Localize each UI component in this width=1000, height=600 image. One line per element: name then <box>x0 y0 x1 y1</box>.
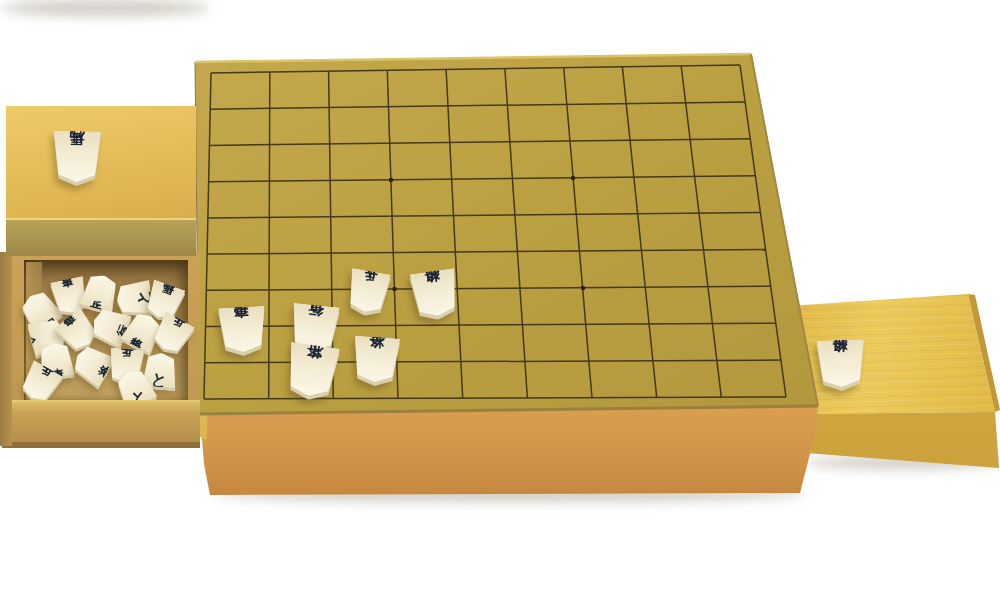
piece-knight-on-lid[interactable]: 桂馬 <box>53 131 101 187</box>
box-piece[interactable]: 歩兵 <box>155 317 189 355</box>
piece-box-left-edge <box>0 252 12 446</box>
box-shadow <box>0 0 210 16</box>
piece-gold-7i[interactable]: 金将 <box>353 337 399 387</box>
piece-rook-9h[interactable]: 飛車 <box>219 307 266 357</box>
box-piece[interactable]: 角行 <box>93 309 127 347</box>
piece-box-lid-front <box>6 218 196 256</box>
piece-king-8i[interactable]: 王将 <box>287 345 337 401</box>
shogi-set-photo: 歩兵 銀将 飛車 角行 王将 金将 銀 香車 歩兵 と 桂馬 金 飛車 角行 銀… <box>0 0 1000 600</box>
box-piece[interactable]: 金将 <box>75 347 109 385</box>
box-piece[interactable]: 歩兵 <box>23 366 57 404</box>
box-piece[interactable]: 歩兵 <box>83 275 117 313</box>
piece-box-bottom-edge <box>2 442 200 448</box>
board-top-surface[interactable] <box>190 50 824 420</box>
piece-silver-6g[interactable]: 銀将 <box>412 271 458 321</box>
piece-box-front-wall <box>2 400 200 446</box>
piece-silver-on-drawer[interactable]: 銀将 <box>817 340 865 392</box>
piece-box-lid-top[interactable] <box>6 106 196 218</box>
piece-pawn-7g[interactable]: 歩兵 <box>348 271 388 317</box>
